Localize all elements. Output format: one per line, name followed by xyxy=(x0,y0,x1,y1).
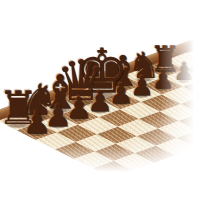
chess-photo: ♜♞♝♛♚♝♞♜♟♟♟♟♟♟♟♟ xyxy=(0,0,200,200)
pieces-layer: ♜♞♝♛♚♝♞♜♟♟♟♟♟♟♟♟ xyxy=(0,0,200,200)
chess-piece-pawn: ♟ xyxy=(173,60,195,85)
chess-piece-pawn: ♟ xyxy=(151,67,174,93)
chess-piece-pawn: ♟ xyxy=(130,73,154,100)
chess-piece-pawn: ♟ xyxy=(23,107,52,139)
